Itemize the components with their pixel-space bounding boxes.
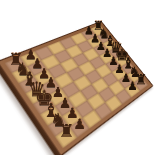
piece-white-pawn[interactable]: ♟ — [73, 116, 86, 130]
piece-white-rook[interactable]: ♜ — [58, 123, 74, 141]
piece-black-pawn[interactable]: ♟ — [127, 81, 137, 93]
chess-set-photo: ♜♞♝♛♚♝♞♜♟♟♟♟♟♟♟♟♟♟♟♟♟♟♟♟♜♞♝♛♚♝♞♜ — [0, 0, 155, 155]
